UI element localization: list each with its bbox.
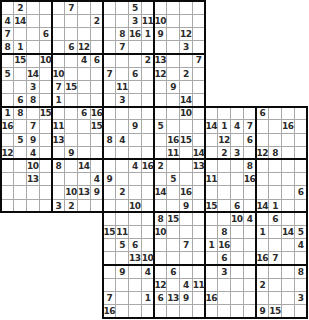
empty-cell-r12c23[interactable] — [294, 159, 307, 172]
given-cell-r22c11[interactable]: 1 — [141, 291, 154, 304]
given-cell-r11c2[interactable]: 4 — [27, 146, 40, 159]
empty-cell-r1c5[interactable] — [65, 14, 78, 27]
empty-cell-r23c22[interactable] — [282, 305, 295, 318]
empty-cell-r11c4[interactable] — [52, 146, 65, 159]
empty-cell-r18c13[interactable] — [167, 239, 180, 252]
empty-cell-r6c1[interactable] — [14, 80, 27, 93]
empty-cell-r8c18[interactable] — [231, 107, 244, 120]
given-cell-r15c18[interactable]: 6 — [231, 199, 244, 212]
empty-cell-r9c14[interactable] — [180, 120, 193, 133]
given-cell-r1c11[interactable]: 11 — [141, 14, 154, 27]
empty-cell-r9c21[interactable] — [269, 120, 282, 133]
empty-cell-r8c10[interactable] — [129, 107, 142, 120]
empty-cell-r15c8[interactable] — [103, 199, 116, 212]
empty-cell-r5c3[interactable] — [39, 67, 52, 80]
empty-cell-r10c16[interactable] — [205, 133, 218, 146]
empty-cell-r12c16[interactable] — [205, 159, 218, 172]
given-cell-r21c12[interactable]: 12 — [154, 278, 167, 291]
empty-cell-r21c10[interactable] — [129, 278, 142, 291]
empty-cell-r10c23[interactable] — [294, 133, 307, 146]
given-cell-r9c2[interactable]: 7 — [27, 120, 40, 133]
given-cell-r10c2[interactable]: 9 — [27, 133, 40, 146]
given-cell-r2c0[interactable]: 7 — [1, 27, 14, 40]
given-cell-r11c5[interactable]: 9 — [65, 146, 78, 159]
empty-cell-r3c11[interactable] — [141, 41, 154, 54]
empty-cell-r15c22[interactable] — [282, 199, 295, 212]
given-cell-r17c12[interactable]: 10 — [154, 225, 167, 238]
empty-cell-r22c21[interactable] — [269, 291, 282, 304]
empty-cell-r14c13[interactable] — [167, 186, 180, 199]
empty-cell-r23c14[interactable] — [180, 305, 193, 318]
empty-cell-r1c8[interactable] — [103, 14, 116, 27]
empty-cell-r21c23[interactable] — [294, 278, 307, 291]
empty-cell-r19c13[interactable] — [167, 252, 180, 265]
given-cell-r20c17[interactable]: 3 — [218, 265, 231, 278]
empty-cell-r20c8[interactable] — [103, 265, 116, 278]
given-cell-r21c15[interactable]: 11 — [192, 278, 205, 291]
given-cell-r17c23[interactable]: 5 — [294, 225, 307, 238]
empty-cell-r12c13[interactable] — [167, 159, 180, 172]
given-cell-r19c17[interactable]: 6 — [218, 252, 231, 265]
empty-cell-r11c10[interactable] — [129, 146, 142, 159]
given-cell-r2c12[interactable]: 9 — [154, 27, 167, 40]
empty-cell-r4c5[interactable] — [65, 54, 78, 67]
given-cell-r7c1[interactable]: 6 — [14, 93, 27, 106]
empty-cell-r22c17[interactable] — [218, 291, 231, 304]
given-cell-r6c4[interactable]: 7 — [52, 80, 65, 93]
empty-cell-r0c15[interactable] — [192, 1, 205, 14]
given-cell-r4c6[interactable]: 4 — [78, 54, 91, 67]
empty-cell-r17c19[interactable] — [243, 225, 256, 238]
given-cell-r13c8[interactable]: 9 — [103, 173, 116, 186]
given-cell-r10c17[interactable]: 12 — [218, 133, 231, 146]
empty-cell-r8c13[interactable] — [167, 107, 180, 120]
empty-cell-r22c22[interactable] — [282, 291, 295, 304]
empty-cell-r13c9[interactable] — [116, 173, 129, 186]
empty-cell-r6c11[interactable] — [141, 80, 154, 93]
empty-cell-r12c18[interactable] — [231, 159, 244, 172]
empty-cell-r0c14[interactable] — [180, 1, 193, 14]
given-cell-r5c4[interactable]: 10 — [52, 67, 65, 80]
empty-cell-r16c20[interactable] — [256, 212, 269, 225]
empty-cell-r8c4[interactable] — [52, 107, 65, 120]
given-cell-r1c12[interactable]: 10 — [154, 14, 167, 27]
empty-cell-r17c10[interactable] — [129, 225, 142, 238]
empty-cell-r21c11[interactable] — [141, 278, 154, 291]
empty-cell-r12c3[interactable] — [39, 159, 52, 172]
empty-cell-r17c11[interactable] — [141, 225, 154, 238]
empty-cell-r13c22[interactable] — [282, 173, 295, 186]
given-cell-r8c6[interactable]: 6 — [78, 107, 91, 120]
empty-cell-r2c7[interactable] — [90, 27, 103, 40]
empty-cell-r22c19[interactable] — [243, 291, 256, 304]
empty-cell-r10c5[interactable] — [65, 133, 78, 146]
given-cell-r14c9[interactable]: 2 — [116, 186, 129, 199]
empty-cell-r23c23[interactable] — [294, 305, 307, 318]
empty-cell-r15c19[interactable] — [243, 199, 256, 212]
empty-cell-r0c0[interactable] — [1, 1, 14, 14]
empty-cell-r21c21[interactable] — [269, 278, 282, 291]
given-cell-r7c4[interactable]: 1 — [52, 93, 65, 106]
empty-cell-r16c10[interactable] — [129, 212, 142, 225]
empty-cell-r3c2[interactable] — [27, 41, 40, 54]
given-cell-r4c1[interactable]: 15 — [14, 54, 27, 67]
empty-cell-r20c19[interactable] — [243, 265, 256, 278]
given-cell-r9c19[interactable]: 7 — [243, 120, 256, 133]
empty-cell-r14c21[interactable] — [269, 186, 282, 199]
given-cell-r18c10[interactable]: 6 — [129, 239, 142, 252]
empty-cell-r21c16[interactable] — [205, 278, 218, 291]
given-cell-r2c3[interactable]: 6 — [39, 27, 52, 40]
given-cell-r14c23[interactable]: 6 — [294, 186, 307, 199]
given-cell-r1c0[interactable]: 4 — [1, 14, 14, 27]
empty-cell-r5c15[interactable] — [192, 67, 205, 80]
given-cell-r18c16[interactable]: 1 — [205, 239, 218, 252]
empty-cell-r6c0[interactable] — [1, 80, 14, 93]
empty-cell-r20c15[interactable] — [192, 265, 205, 278]
given-cell-r14c14[interactable]: 16 — [180, 186, 193, 199]
empty-cell-r1c2[interactable] — [27, 14, 40, 27]
empty-cell-r0c11[interactable] — [141, 1, 154, 14]
given-cell-r10c4[interactable]: 13 — [52, 133, 65, 146]
empty-cell-r9c15[interactable] — [192, 120, 205, 133]
empty-cell-r11c14[interactable] — [180, 146, 193, 159]
empty-cell-r16c14[interactable] — [180, 212, 193, 225]
empty-cell-r13c20[interactable] — [256, 173, 269, 186]
empty-cell-r18c20[interactable] — [256, 239, 269, 252]
given-cell-r18c23[interactable]: 4 — [294, 239, 307, 252]
given-cell-r8c3[interactable]: 15 — [39, 107, 52, 120]
empty-cell-r0c4[interactable] — [52, 1, 65, 14]
empty-cell-r23c10[interactable] — [129, 305, 142, 318]
given-cell-r17c22[interactable]: 14 — [282, 225, 295, 238]
given-cell-r13c13[interactable]: 5 — [167, 173, 180, 186]
empty-cell-r2c15[interactable] — [192, 27, 205, 40]
given-cell-r16c18[interactable]: 10 — [231, 212, 244, 225]
empty-cell-r12c0[interactable] — [1, 159, 14, 172]
given-cell-r7c9[interactable]: 3 — [116, 93, 129, 106]
empty-cell-r17c21[interactable] — [269, 225, 282, 238]
given-cell-r20c23[interactable]: 8 — [294, 265, 307, 278]
given-cell-r12c15[interactable]: 13 — [192, 159, 205, 172]
empty-cell-r15c12[interactable] — [154, 199, 167, 212]
empty-cell-r14c4[interactable] — [52, 186, 65, 199]
given-cell-r12c10[interactable]: 4 — [129, 159, 142, 172]
given-cell-r11c20[interactable]: 12 — [256, 146, 269, 159]
empty-cell-r2c13[interactable] — [167, 27, 180, 40]
given-cell-r23c20[interactable]: 9 — [256, 305, 269, 318]
empty-cell-r12c8[interactable] — [103, 159, 116, 172]
given-cell-r17c8[interactable]: 15 — [103, 225, 116, 238]
given-cell-r8c20[interactable]: 6 — [256, 107, 269, 120]
empty-cell-r22c10[interactable] — [129, 291, 142, 304]
empty-cell-r13c18[interactable] — [231, 173, 244, 186]
given-cell-r19c20[interactable]: 16 — [256, 252, 269, 265]
given-cell-r5c0[interactable]: 5 — [1, 67, 14, 80]
empty-cell-r17c16[interactable] — [205, 225, 218, 238]
empty-cell-r14c11[interactable] — [141, 186, 154, 199]
empty-cell-r14c19[interactable] — [243, 186, 256, 199]
empty-cell-r21c18[interactable] — [231, 278, 244, 291]
empty-cell-r12c17[interactable] — [218, 159, 231, 172]
empty-cell-r4c4[interactable] — [52, 54, 65, 67]
empty-cell-r1c3[interactable] — [39, 14, 52, 27]
empty-cell-r0c9[interactable] — [116, 1, 129, 14]
empty-cell-r6c10[interactable] — [129, 80, 142, 93]
empty-cell-r17c14[interactable] — [180, 225, 193, 238]
empty-cell-r5c5[interactable] — [65, 67, 78, 80]
given-cell-r3c5[interactable]: 6 — [65, 41, 78, 54]
empty-cell-r22c20[interactable] — [256, 291, 269, 304]
given-cell-r10c1[interactable]: 5 — [14, 133, 27, 146]
empty-cell-r6c8[interactable] — [103, 80, 116, 93]
empty-cell-r12c1[interactable] — [14, 159, 27, 172]
given-cell-r13c16[interactable]: 11 — [205, 173, 218, 186]
empty-cell-r8c2[interactable] — [27, 107, 40, 120]
empty-cell-r8c9[interactable] — [116, 107, 129, 120]
empty-cell-r23c9[interactable] — [116, 305, 129, 318]
given-cell-r15c10[interactable]: 10 — [129, 199, 142, 212]
empty-cell-r4c0[interactable] — [1, 54, 14, 67]
given-cell-r15c21[interactable]: 1 — [269, 199, 282, 212]
empty-cell-r15c23[interactable] — [294, 199, 307, 212]
given-cell-r17c9[interactable]: 11 — [116, 225, 129, 238]
empty-cell-r18c15[interactable] — [192, 239, 205, 252]
given-cell-r6c9[interactable]: 11 — [116, 80, 129, 93]
empty-cell-r19c12[interactable] — [154, 252, 167, 265]
given-cell-r10c8[interactable]: 8 — [103, 133, 116, 146]
empty-cell-r18c22[interactable] — [282, 239, 295, 252]
empty-cell-r13c14[interactable] — [180, 173, 193, 186]
empty-cell-r22c18[interactable] — [231, 291, 244, 304]
empty-cell-r13c15[interactable] — [192, 173, 205, 186]
given-cell-r19c10[interactable]: 13 — [129, 252, 142, 265]
empty-cell-r8c12[interactable] — [154, 107, 167, 120]
empty-cell-r14c10[interactable] — [129, 186, 142, 199]
empty-cell-r19c8[interactable] — [103, 252, 116, 265]
empty-cell-r1c14[interactable] — [180, 14, 193, 27]
given-cell-r22c14[interactable]: 9 — [180, 291, 193, 304]
empty-cell-r13c21[interactable] — [269, 173, 282, 186]
empty-cell-r23c12[interactable] — [154, 305, 167, 318]
empty-cell-r15c1[interactable] — [14, 199, 27, 212]
given-cell-r10c14[interactable]: 15 — [180, 133, 193, 146]
empty-cell-r14c8[interactable] — [103, 186, 116, 199]
empty-cell-r16c9[interactable] — [116, 212, 129, 225]
empty-cell-r10c20[interactable] — [256, 133, 269, 146]
empty-cell-r8c22[interactable] — [282, 107, 295, 120]
empty-cell-r0c2[interactable] — [27, 1, 40, 14]
given-cell-r3c6[interactable]: 12 — [78, 41, 91, 54]
empty-cell-r18c8[interactable] — [103, 239, 116, 252]
empty-cell-r10c21[interactable] — [269, 133, 282, 146]
empty-cell-r1c6[interactable] — [78, 14, 91, 27]
empty-cell-r3c3[interactable] — [39, 41, 52, 54]
empty-cell-r5c11[interactable] — [141, 67, 154, 80]
empty-cell-r15c17[interactable] — [218, 199, 231, 212]
given-cell-r11c13[interactable]: 11 — [167, 146, 180, 159]
given-cell-r2c14[interactable]: 12 — [180, 27, 193, 40]
empty-cell-r8c23[interactable] — [294, 107, 307, 120]
given-cell-r3c9[interactable]: 7 — [116, 41, 129, 54]
empty-cell-r5c6[interactable] — [78, 67, 91, 80]
given-cell-r0c1[interactable]: 2 — [14, 1, 27, 14]
empty-cell-r15c6[interactable] — [78, 199, 91, 212]
empty-cell-r0c8[interactable] — [103, 1, 116, 14]
empty-cell-r15c13[interactable] — [167, 199, 180, 212]
empty-cell-r22c15[interactable] — [192, 291, 205, 304]
empty-cell-r9c11[interactable] — [141, 120, 154, 133]
given-cell-r19c11[interactable]: 10 — [141, 252, 154, 265]
empty-cell-r1c13[interactable] — [167, 14, 180, 27]
empty-cell-r7c13[interactable] — [167, 93, 180, 106]
given-cell-r9c4[interactable]: 11 — [52, 120, 65, 133]
empty-cell-r1c15[interactable] — [192, 14, 205, 27]
empty-cell-r14c18[interactable] — [231, 186, 244, 199]
empty-cell-r23c15[interactable] — [192, 305, 205, 318]
given-cell-r8c7[interactable]: 16 — [90, 107, 103, 120]
empty-cell-r19c9[interactable] — [116, 252, 129, 265]
empty-cell-r10c15[interactable] — [192, 133, 205, 146]
given-cell-r13c19[interactable]: 16 — [243, 173, 256, 186]
empty-cell-r10c0[interactable] — [1, 133, 14, 146]
given-cell-r10c9[interactable]: 4 — [116, 133, 129, 146]
empty-cell-r3c15[interactable] — [192, 41, 205, 54]
given-cell-r6c13[interactable]: 9 — [167, 80, 180, 93]
empty-cell-r8c17[interactable] — [218, 107, 231, 120]
empty-cell-r16c8[interactable] — [103, 212, 116, 225]
given-cell-r9c17[interactable]: 1 — [218, 120, 231, 133]
empty-cell-r19c18[interactable] — [231, 252, 244, 265]
empty-cell-r4c8[interactable] — [103, 54, 116, 67]
empty-cell-r0c3[interactable] — [39, 1, 52, 14]
empty-cell-r20c16[interactable] — [205, 265, 218, 278]
empty-cell-r2c6[interactable] — [78, 27, 91, 40]
given-cell-r10c19[interactable]: 6 — [243, 133, 256, 146]
given-cell-r7c14[interactable]: 14 — [180, 93, 193, 106]
given-cell-r3c0[interactable]: 8 — [1, 41, 14, 54]
given-cell-r12c12[interactable]: 2 — [154, 159, 167, 172]
given-cell-r1c10[interactable]: 3 — [129, 14, 142, 27]
empty-cell-r11c3[interactable] — [39, 146, 52, 159]
empty-cell-r14c20[interactable] — [256, 186, 269, 199]
empty-cell-r6c15[interactable] — [192, 80, 205, 93]
empty-cell-r13c0[interactable] — [1, 173, 14, 186]
given-cell-r14c6[interactable]: 13 — [78, 186, 91, 199]
given-cell-r7c2[interactable]: 8 — [27, 93, 40, 106]
given-cell-r22c12[interactable]: 6 — [154, 291, 167, 304]
given-cell-r17c17[interactable]: 8 — [218, 225, 231, 238]
empty-cell-r20c21[interactable] — [269, 265, 282, 278]
empty-cell-r15c2[interactable] — [27, 199, 40, 212]
given-cell-r12c2[interactable]: 10 — [27, 159, 40, 172]
empty-cell-r4c13[interactable] — [167, 54, 180, 67]
empty-cell-r8c8[interactable] — [103, 107, 116, 120]
empty-cell-r7c7[interactable] — [90, 93, 103, 106]
given-cell-r12c6[interactable]: 14 — [78, 159, 91, 172]
empty-cell-r15c15[interactable] — [192, 199, 205, 212]
empty-cell-r21c9[interactable] — [116, 278, 129, 291]
given-cell-r15c16[interactable]: 15 — [205, 199, 218, 212]
empty-cell-r20c22[interactable] — [282, 265, 295, 278]
given-cell-r23c8[interactable]: 16 — [103, 305, 116, 318]
empty-cell-r7c10[interactable] — [129, 93, 142, 106]
given-cell-r2c11[interactable]: 1 — [141, 27, 154, 40]
given-cell-r15c14[interactable]: 9 — [180, 199, 193, 212]
empty-cell-r12c14[interactable] — [180, 159, 193, 172]
empty-cell-r9c1[interactable] — [14, 120, 27, 133]
empty-cell-r23c13[interactable] — [167, 305, 180, 318]
empty-cell-r6c14[interactable] — [180, 80, 193, 93]
empty-cell-r14c17[interactable] — [218, 186, 231, 199]
empty-cell-r9c6[interactable] — [78, 120, 91, 133]
given-cell-r1c1[interactable]: 14 — [14, 14, 27, 27]
given-cell-r1c7[interactable]: 2 — [90, 14, 103, 27]
empty-cell-r15c11[interactable] — [141, 199, 154, 212]
empty-cell-r11c1[interactable] — [14, 146, 27, 159]
empty-cell-r19c14[interactable] — [180, 252, 193, 265]
given-cell-r16c12[interactable]: 8 — [154, 212, 167, 225]
given-cell-r17c20[interactable]: 1 — [256, 225, 269, 238]
empty-cell-r3c12[interactable] — [154, 41, 167, 54]
empty-cell-r10c3[interactable] — [39, 133, 52, 146]
empty-cell-r7c12[interactable] — [154, 93, 167, 106]
given-cell-r15c5[interactable]: 2 — [65, 199, 78, 212]
given-cell-r9c16[interactable]: 14 — [205, 120, 218, 133]
empty-cell-r23c17[interactable] — [218, 305, 231, 318]
given-cell-r11c17[interactable]: 2 — [218, 146, 231, 159]
empty-cell-r23c19[interactable] — [243, 305, 256, 318]
given-cell-r9c18[interactable]: 4 — [231, 120, 244, 133]
given-cell-r4c15[interactable]: 7 — [192, 54, 205, 67]
empty-cell-r7c0[interactable] — [1, 93, 14, 106]
given-cell-r3c1[interactable]: 1 — [14, 41, 27, 54]
empty-cell-r10c7[interactable] — [90, 133, 103, 146]
empty-cell-r6c3[interactable] — [39, 80, 52, 93]
empty-cell-r0c13[interactable] — [167, 1, 180, 14]
empty-cell-r17c13[interactable] — [167, 225, 180, 238]
given-cell-r13c7[interactable]: 4 — [90, 173, 103, 186]
given-cell-r21c14[interactable]: 4 — [180, 278, 193, 291]
empty-cell-r14c1[interactable] — [14, 186, 27, 199]
given-cell-r5c12[interactable]: 12 — [154, 67, 167, 80]
empty-cell-r1c4[interactable] — [52, 14, 65, 27]
empty-cell-r19c22[interactable] — [282, 252, 295, 265]
empty-cell-r16c22[interactable] — [282, 212, 295, 225]
empty-cell-r11c12[interactable] — [154, 146, 167, 159]
given-cell-r3c14[interactable]: 3 — [180, 41, 193, 54]
empty-cell-r3c13[interactable] — [167, 41, 180, 54]
empty-cell-r13c6[interactable] — [78, 173, 91, 186]
given-cell-r16c21[interactable]: 6 — [269, 212, 282, 225]
empty-cell-r13c5[interactable] — [65, 173, 78, 186]
empty-cell-r13c12[interactable] — [154, 173, 167, 186]
empty-cell-r12c7[interactable] — [90, 159, 103, 172]
empty-cell-r7c6[interactable] — [78, 93, 91, 106]
empty-cell-r3c8[interactable] — [103, 41, 116, 54]
given-cell-r5c2[interactable]: 14 — [27, 67, 40, 80]
empty-cell-r14c16[interactable] — [205, 186, 218, 199]
empty-cell-r21c19[interactable] — [243, 278, 256, 291]
empty-cell-r12c22[interactable] — [282, 159, 295, 172]
given-cell-r4c3[interactable]: 10 — [39, 54, 52, 67]
given-cell-r21c20[interactable]: 2 — [256, 278, 269, 291]
empty-cell-r13c23[interactable] — [294, 173, 307, 186]
given-cell-r22c23[interactable]: 3 — [294, 291, 307, 304]
empty-cell-r17c15[interactable] — [192, 225, 205, 238]
given-cell-r6c5[interactable]: 15 — [65, 80, 78, 93]
empty-cell-r2c8[interactable] — [103, 27, 116, 40]
